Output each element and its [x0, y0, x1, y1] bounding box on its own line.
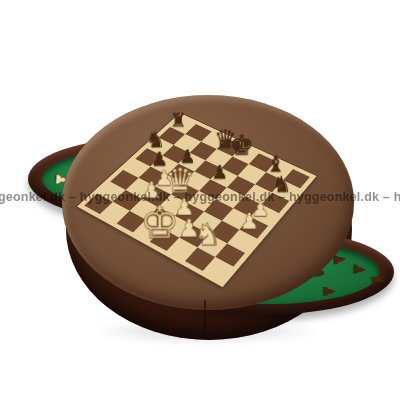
black-pawn: ♟ [211, 164, 228, 183]
tray-piece-black-rook: ♜ [368, 271, 386, 288]
product-photo: ♟♜♟♞♟♟ ♟♞♟♟♜♟ ♜♛♚♝♞♞♟♟♟♟♟♛♟♟♟♟♞♚ geonkel… [0, 0, 400, 400]
board-square: ♚ [150, 228, 180, 251]
board-square [123, 159, 151, 178]
white-knight: ♞ [194, 220, 221, 250]
black-king: ♚ [229, 132, 254, 160]
tray-piece-black-pawn: ♟ [321, 285, 336, 298]
white-king: ♚ [140, 201, 180, 245]
black-rook: ♜ [170, 111, 187, 130]
watermark-text: geonkel.dk – hyggeonkel.dk – hyggeonkel.… [0, 190, 400, 204]
white-pawn: ♟ [239, 211, 259, 233]
tray-piece-black-pawn: ♟ [351, 262, 367, 277]
drawer-seam [204, 300, 206, 332]
